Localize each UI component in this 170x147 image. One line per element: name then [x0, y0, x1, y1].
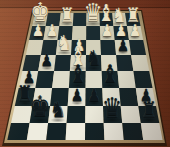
- piece-black-knight-d4[interactable]: ♞: [86, 48, 101, 69]
- piece-black-pawn-d6[interactable]: ♟: [88, 87, 101, 104]
- piece-white-pawn-c2[interactable]: ♟: [101, 22, 113, 38]
- chessboard: ♚♜♛♝♞♜♟♟♟♟♟♞♟♟♝♟♞♟♝♝♜♟♟♟♚♞♛♜: [0, 0, 170, 147]
- chess-app-window: 3D wooden chess board, perspective view …: [0, 0, 170, 147]
- piece-black-pawn-e6[interactable]: ♟: [71, 87, 84, 104]
- piece-black-king-g7[interactable]: ♚: [30, 93, 51, 121]
- piece-white-rook-f1[interactable]: ♜: [59, 5, 74, 25]
- piece-black-rook-a7[interactable]: ♜: [141, 100, 157, 122]
- piece-white-pawn-a2[interactable]: ♟: [129, 22, 141, 38]
- piece-white-pawn-h2[interactable]: ♟: [32, 22, 44, 38]
- piece-black-bishop-e5[interactable]: ♝: [69, 62, 87, 86]
- piece-black-bishop-c5[interactable]: ♝: [101, 62, 119, 86]
- piece-black-pawn-b3[interactable]: ♟: [117, 37, 129, 53]
- piece-black-queen-c7[interactable]: ♛: [102, 94, 122, 121]
- piece-black-knight-f7[interactable]: ♞: [50, 100, 66, 122]
- piece-black-pawn-g4[interactable]: ♟: [41, 53, 53, 70]
